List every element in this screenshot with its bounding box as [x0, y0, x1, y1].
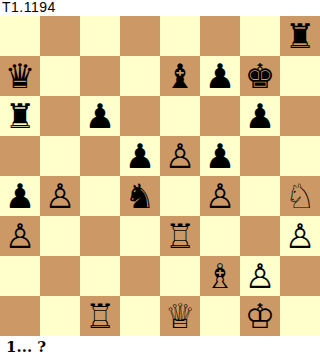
puzzle-window: T1.1194 ♜♛♝♟♚♜♟♟♟♙♟♟♙♞♙♘♙♖♙♗♙♖♕♔ 1... ? — [0, 0, 320, 360]
puzzle-id: T1.1194 — [0, 0, 320, 16]
square-f4[interactable]: ♙ — [200, 176, 240, 216]
black-rook: ♜ — [280, 16, 320, 56]
square-e5[interactable]: ♙ — [160, 136, 200, 176]
square-f3[interactable] — [200, 216, 240, 256]
square-h5[interactable] — [280, 136, 320, 176]
square-h2[interactable] — [280, 256, 320, 296]
square-g3[interactable] — [240, 216, 280, 256]
square-f8[interactable] — [200, 16, 240, 56]
black-pawn: ♟ — [200, 56, 240, 96]
square-c7[interactable] — [80, 56, 120, 96]
square-g6[interactable]: ♟ — [240, 96, 280, 136]
chess-board: ♜♛♝♟♚♜♟♟♟♙♟♟♙♞♙♘♙♖♙♗♙♖♕♔ — [0, 16, 320, 336]
square-b8[interactable] — [40, 16, 80, 56]
square-d4[interactable]: ♞ — [120, 176, 160, 216]
square-c6[interactable]: ♟ — [80, 96, 120, 136]
square-g4[interactable] — [240, 176, 280, 216]
white-pawn: ♙ — [0, 216, 40, 256]
square-a7[interactable]: ♛ — [0, 56, 40, 96]
move-prompt: 1... ? — [0, 336, 320, 360]
black-knight: ♞ — [120, 176, 160, 216]
black-pawn: ♟ — [0, 176, 40, 216]
square-f6[interactable] — [200, 96, 240, 136]
square-d2[interactable] — [120, 256, 160, 296]
square-h7[interactable] — [280, 56, 320, 96]
black-pawn: ♟ — [80, 96, 120, 136]
square-d5[interactable]: ♟ — [120, 136, 160, 176]
square-c8[interactable] — [80, 16, 120, 56]
square-e8[interactable] — [160, 16, 200, 56]
white-rook: ♖ — [80, 296, 120, 336]
white-knight: ♘ — [280, 176, 320, 216]
square-d1[interactable] — [120, 296, 160, 336]
square-f2[interactable]: ♗ — [200, 256, 240, 296]
white-pawn: ♙ — [40, 176, 80, 216]
square-c4[interactable] — [80, 176, 120, 216]
square-c2[interactable] — [80, 256, 120, 296]
square-f7[interactable]: ♟ — [200, 56, 240, 96]
square-h8[interactable]: ♜ — [280, 16, 320, 56]
square-b7[interactable] — [40, 56, 80, 96]
square-a5[interactable] — [0, 136, 40, 176]
white-king: ♔ — [240, 296, 280, 336]
square-g5[interactable] — [240, 136, 280, 176]
square-e1[interactable]: ♕ — [160, 296, 200, 336]
square-a3[interactable]: ♙ — [0, 216, 40, 256]
square-e4[interactable] — [160, 176, 200, 216]
black-queen: ♛ — [0, 56, 40, 96]
square-c3[interactable] — [80, 216, 120, 256]
black-pawn: ♟ — [120, 136, 160, 176]
square-a1[interactable] — [0, 296, 40, 336]
white-queen: ♕ — [160, 296, 200, 336]
black-pawn: ♟ — [240, 96, 280, 136]
square-e3[interactable]: ♖ — [160, 216, 200, 256]
square-b2[interactable] — [40, 256, 80, 296]
square-a8[interactable] — [0, 16, 40, 56]
square-h3[interactable]: ♙ — [280, 216, 320, 256]
square-h6[interactable] — [280, 96, 320, 136]
square-d3[interactable] — [120, 216, 160, 256]
white-pawn: ♙ — [280, 216, 320, 256]
square-c5[interactable] — [80, 136, 120, 176]
square-a6[interactable]: ♜ — [0, 96, 40, 136]
black-king: ♚ — [240, 56, 280, 96]
white-rook: ♖ — [160, 216, 200, 256]
black-pawn: ♟ — [200, 136, 240, 176]
black-rook: ♜ — [0, 96, 40, 136]
black-bishop: ♝ — [160, 56, 200, 96]
square-a4[interactable]: ♟ — [0, 176, 40, 216]
square-g8[interactable] — [240, 16, 280, 56]
square-h1[interactable] — [280, 296, 320, 336]
square-d6[interactable] — [120, 96, 160, 136]
square-h4[interactable]: ♘ — [280, 176, 320, 216]
square-b4[interactable]: ♙ — [40, 176, 80, 216]
square-e2[interactable] — [160, 256, 200, 296]
square-a2[interactable] — [0, 256, 40, 296]
square-b5[interactable] — [40, 136, 80, 176]
white-bishop: ♗ — [200, 256, 240, 296]
square-f5[interactable]: ♟ — [200, 136, 240, 176]
square-d8[interactable] — [120, 16, 160, 56]
square-f1[interactable] — [200, 296, 240, 336]
square-b3[interactable] — [40, 216, 80, 256]
square-g2[interactable]: ♙ — [240, 256, 280, 296]
white-pawn: ♙ — [240, 256, 280, 296]
white-pawn: ♙ — [200, 176, 240, 216]
square-e6[interactable] — [160, 96, 200, 136]
square-g7[interactable]: ♚ — [240, 56, 280, 96]
white-pawn: ♙ — [160, 136, 200, 176]
square-c1[interactable]: ♖ — [80, 296, 120, 336]
square-b1[interactable] — [40, 296, 80, 336]
square-e7[interactable]: ♝ — [160, 56, 200, 96]
square-d7[interactable] — [120, 56, 160, 96]
square-g1[interactable]: ♔ — [240, 296, 280, 336]
square-b6[interactable] — [40, 96, 80, 136]
